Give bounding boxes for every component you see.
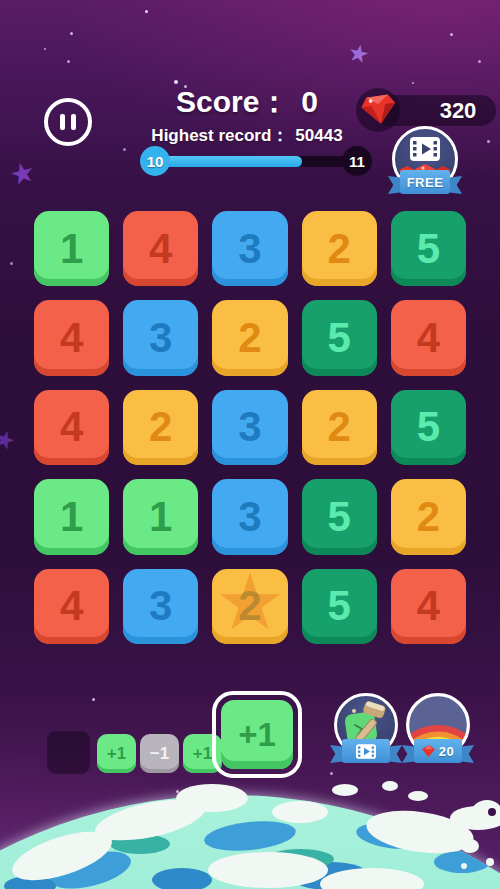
tile-value: 4 (60, 585, 83, 627)
tile-r2c2-blue[interactable]: 3 (123, 300, 198, 375)
hammer-powerup-button[interactable] (330, 693, 402, 765)
tile-r5c2-blue[interactable]: 3 (123, 569, 198, 644)
tile-value: 3 (149, 317, 172, 359)
tile-value: 4 (60, 317, 83, 359)
record-value: 50443 (295, 126, 342, 145)
star-shape: ★ (7, 157, 38, 190)
tile-value: 3 (238, 406, 261, 448)
queue-empty-slot (47, 731, 90, 774)
gem-icon (422, 745, 435, 757)
tile-r4c3-blue[interactable]: 3 (212, 479, 287, 554)
rainbow-ribbon: 20 (402, 739, 474, 763)
score-label: Score： (176, 85, 289, 118)
tile-r5c4-teal[interactable]: 5 (302, 569, 377, 644)
star-shape: ★ (346, 40, 372, 68)
tile-value: 4 (149, 228, 172, 270)
star-dot (487, 140, 490, 143)
board-grid: 1432543254423251135243★254 (34, 211, 466, 644)
record-label: Highest record： (151, 126, 288, 145)
star-shape: ★ (0, 425, 19, 454)
film-play-icon (410, 137, 440, 161)
star-dot (412, 82, 414, 84)
tile-value: 2 (149, 406, 172, 448)
tile-r4c4-teal[interactable]: 5 (302, 479, 377, 554)
tile-r1c2-red[interactable]: 4 (123, 211, 198, 286)
next-tile-frame[interactable]: +1 (212, 691, 302, 778)
star-dot (123, 148, 126, 151)
tile-value: 5 (417, 406, 440, 448)
tile-r2c3-yellow[interactable]: 2 (212, 300, 287, 375)
progress-fill (155, 156, 302, 167)
tile-value: 3 (149, 585, 172, 627)
tile-r3c3-blue[interactable]: 3 (212, 390, 287, 465)
tile-r5c5-red[interactable]: 4 (391, 569, 466, 644)
progress-current-level: 10 (140, 146, 170, 176)
tile-value: 1 (149, 496, 172, 538)
tile-value: 5 (417, 228, 440, 270)
star-dot (67, 60, 70, 63)
film-play-icon (356, 744, 376, 759)
tile-value: 4 (417, 317, 440, 359)
star-dot (145, 10, 148, 13)
tile-value: 5 (328, 496, 351, 538)
star-dot (70, 32, 73, 35)
queue-chip-2[interactable]: −1 (140, 734, 179, 773)
gem-count: 320 (428, 98, 488, 124)
tile-r1c5-teal[interactable]: 5 (391, 211, 466, 286)
tile-value: 2 (417, 496, 440, 538)
free-label: FREE (407, 175, 444, 190)
tile-value: 2 (328, 406, 351, 448)
free-ribbon: FREE (388, 170, 462, 194)
level-progress: 10 11 (140, 146, 370, 176)
tile-r4c5-yellow[interactable]: 2 (391, 479, 466, 554)
tile-value: 1 (60, 496, 83, 538)
tile-r1c4-yellow[interactable]: 2 (302, 211, 377, 286)
tile-r3c4-yellow[interactable]: 2 (302, 390, 377, 465)
star-dot (92, 698, 95, 701)
star-dot (450, 33, 453, 36)
tile-r2c4-teal[interactable]: 5 (302, 300, 377, 375)
next-tile: +1 (221, 700, 293, 769)
progress-track (155, 156, 357, 167)
rainbow-cost: 20 (439, 744, 454, 759)
star-dot (44, 48, 46, 50)
tile-r3c2-yellow[interactable]: 2 (123, 390, 198, 465)
tile-r4c1-green[interactable]: 1 (34, 479, 109, 554)
star-dot (478, 60, 481, 63)
tile-value: 5 (328, 585, 351, 627)
tile-r4c2-green[interactable]: 1 (123, 479, 198, 554)
tile-value: 5 (328, 317, 351, 359)
tile-r2c5-red[interactable]: 4 (391, 300, 466, 375)
tile-value: 3 (238, 228, 261, 270)
tile-value: 3 (238, 496, 261, 538)
rainbow-powerup-button[interactable]: 20 (402, 693, 474, 765)
star-dot (10, 262, 13, 265)
next-tile-value: +1 (238, 716, 276, 754)
hammer-ribbon (330, 739, 402, 763)
tile-value: 4 (60, 406, 83, 448)
queue-chip-1[interactable]: +1 (97, 734, 136, 773)
tile-value: 4 (417, 585, 440, 627)
earth-planet (0, 774, 500, 889)
gem-icon (359, 91, 399, 129)
tile-r3c1-red[interactable]: 4 (34, 390, 109, 465)
tile-r1c1-green[interactable]: 1 (34, 211, 109, 286)
score-value: 0 (301, 85, 318, 118)
tile-r5c1-red[interactable]: 4 (34, 569, 109, 644)
pause-button[interactable] (44, 98, 92, 146)
tile-value: 1 (60, 228, 83, 270)
tile-r2c1-red[interactable]: 4 (34, 300, 109, 375)
tile-value: 2 (238, 585, 261, 627)
tile-r3c5-teal[interactable]: 5 (391, 390, 466, 465)
game-screen: ★ ★ ★ (0, 0, 500, 889)
pause-icon (60, 114, 76, 130)
tile-r5c3-yellow[interactable]: ★2 (212, 569, 287, 644)
tile-value: 2 (328, 228, 351, 270)
progress-next-level: 11 (342, 146, 372, 176)
free-gems-badge[interactable]: FREE (388, 126, 462, 198)
tile-value: 2 (238, 317, 261, 359)
tile-r1c3-blue[interactable]: 3 (212, 211, 287, 286)
